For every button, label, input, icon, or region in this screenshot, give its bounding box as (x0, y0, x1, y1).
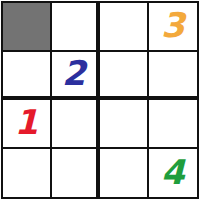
cell-r2c3[interactable] (149, 100, 198, 149)
cell-r1c1[interactable]: 2 (52, 52, 101, 101)
cell-r2c2[interactable] (100, 100, 149, 149)
cell-r0c0[interactable] (3, 3, 52, 52)
puzzle-page: 3 2 1 4 (0, 0, 200, 200)
cell-r0c1[interactable] (52, 3, 101, 52)
cell-r3c0[interactable] (3, 149, 52, 198)
cell-r1c0[interactable] (3, 52, 52, 101)
cell-r2c1[interactable] (52, 100, 101, 149)
cell-r2c0[interactable]: 1 (3, 100, 52, 149)
sudoku-board: 3 2 1 4 (1, 1, 199, 199)
cell-r0c2[interactable] (100, 3, 149, 52)
cell-r3c3[interactable]: 4 (149, 149, 198, 198)
cell-r3c1[interactable] (52, 149, 101, 198)
cell-r1c3[interactable] (149, 52, 198, 101)
cell-r3c2[interactable] (100, 149, 149, 198)
cell-r1c2[interactable] (100, 52, 149, 101)
cell-r0c3[interactable]: 3 (149, 3, 198, 52)
